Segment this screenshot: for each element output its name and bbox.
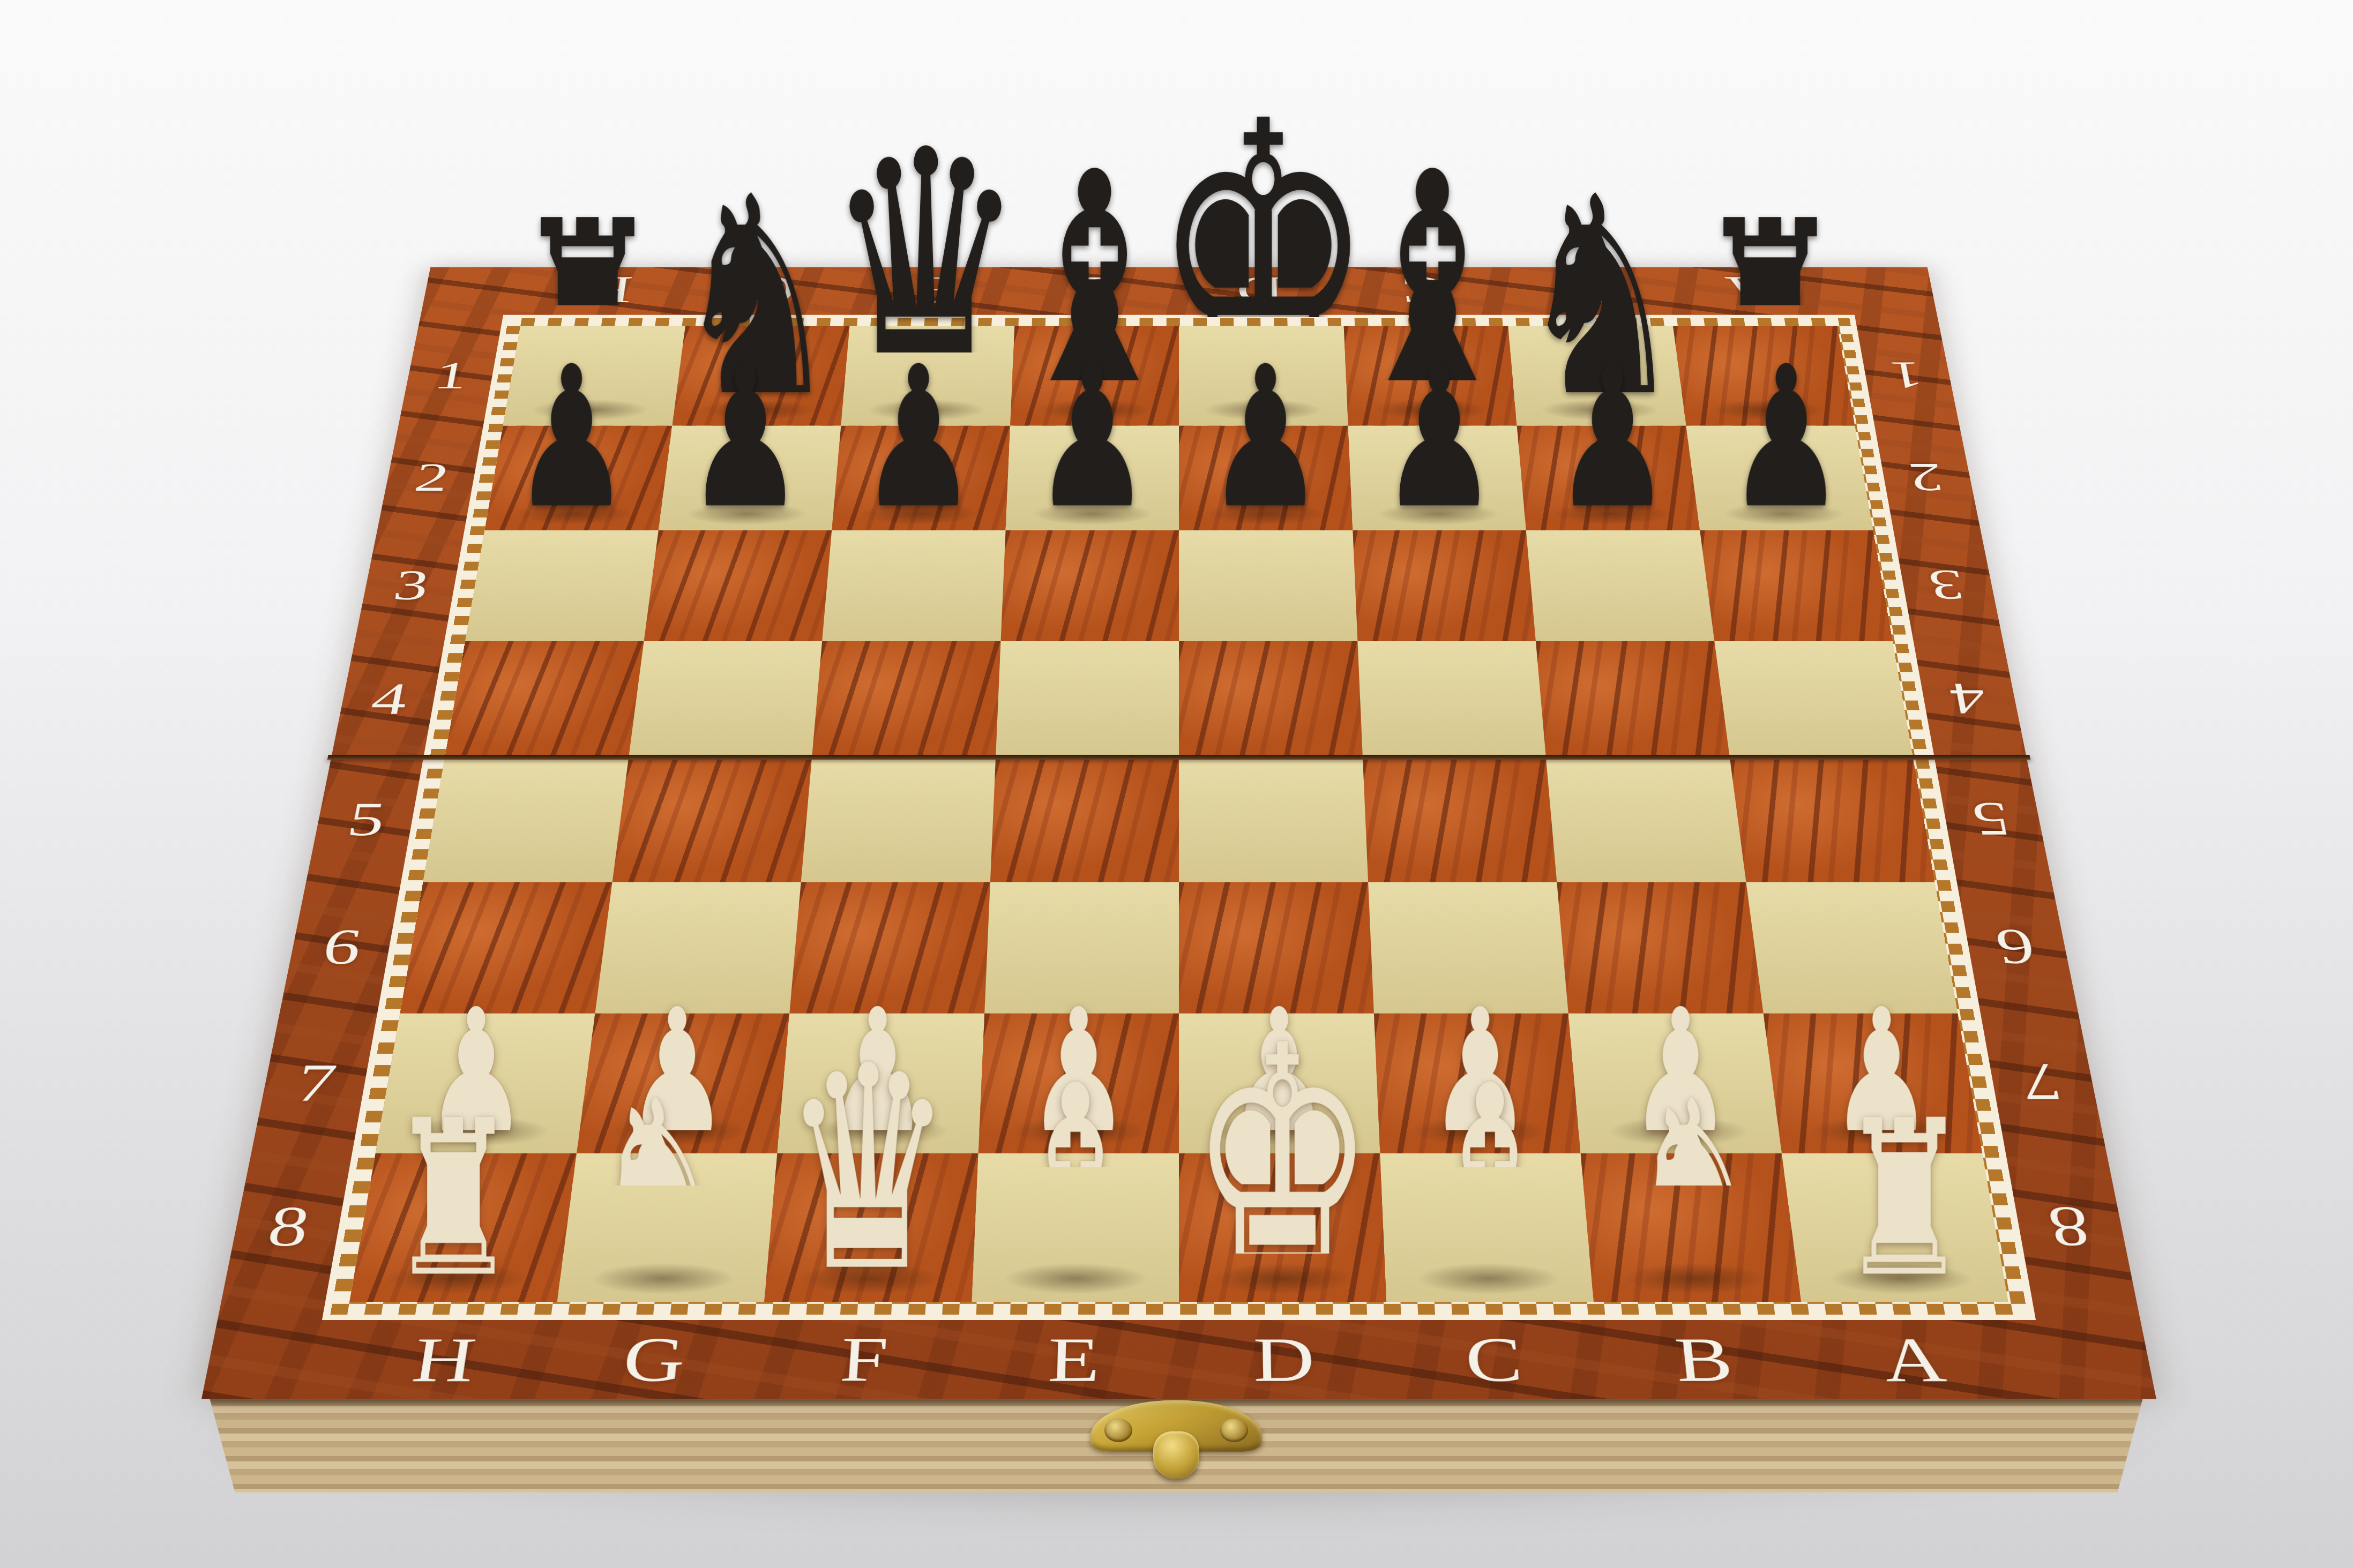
square-f5: [801, 758, 996, 882]
piece-white-king: ♚: [1190, 1021, 1376, 1296]
square-g5: [612, 758, 812, 882]
piece-black-pawn: ♟: [686, 350, 805, 526]
square-f2: ♟: [832, 425, 1010, 530]
square-d8: ♚: [1179, 1153, 1386, 1302]
piece-white-bishop: ♝: [1411, 1064, 1568, 1296]
piece-white-knight: ♞: [588, 1081, 734, 1296]
square-b4: [1536, 641, 1730, 758]
square-b5: [1546, 758, 1746, 882]
rank-label-right-3: 3: [1895, 530, 1999, 641]
chess-board: HGFEDCBA HGFEDCBA 12345678 12345678 ♜♞♛♝…: [201, 267, 2156, 1399]
file-label-bottom-f: F: [756, 1323, 971, 1396]
square-e5: [990, 758, 1179, 882]
square-a3: [1700, 530, 1893, 641]
square-g8: ♞: [557, 1153, 777, 1302]
square-e3: [1000, 530, 1179, 641]
file-label-bottom-g: G: [544, 1323, 763, 1396]
checkered-border-ribbon: ♜♞♛♝♚♝♞♜♟♟♟♟♟♟♟♟♟♟♟♟♟♟♟♟♜♞♛♝♚♝♞♜: [330, 318, 2027, 1315]
square-g4: [629, 641, 823, 758]
fold-seam: [327, 755, 2030, 760]
square-c4: [1357, 641, 1546, 758]
piece-black-pawn: ♟: [512, 350, 631, 526]
piece-black-pawn: ♟: [1206, 350, 1325, 526]
piece-white-queen: ♛: [782, 1042, 954, 1296]
square-d3: [1179, 530, 1357, 641]
piece-black-pawn: ♟: [1727, 350, 1846, 526]
square-b3: [1526, 530, 1714, 641]
square-e4: [996, 641, 1179, 758]
playing-field: ♜♞♛♝♚♝♞♜♟♟♟♟♟♟♟♟♟♟♟♟♟♟♟♟♜♞♛♝♚♝♞♜: [322, 315, 2036, 1320]
square-d2: ♟: [1179, 425, 1353, 530]
file-label-bottom-c: C: [1387, 1323, 1602, 1396]
square-c3: [1353, 530, 1536, 641]
square-a2: ♟: [1686, 425, 1873, 530]
square-d4: [1179, 641, 1363, 758]
square-g2: ♟: [658, 425, 841, 530]
clasp-screw-icon: [1220, 1419, 1248, 1442]
square-h4: [445, 641, 644, 758]
piece-white-rook: ♜: [1839, 1102, 1969, 1296]
rank-label-left-2: 2: [382, 425, 482, 530]
piece-white-knight: ♞: [1624, 1081, 1770, 1296]
square-g3: [644, 530, 832, 641]
square-b2: ♟: [1517, 425, 1700, 530]
file-label-bottom-h: H: [333, 1323, 554, 1396]
square-h3: [465, 530, 658, 641]
square-c5: [1363, 758, 1557, 882]
square-d5: [1179, 758, 1368, 882]
piece-black-pawn: ♟: [1553, 350, 1672, 526]
rank-label-right-1: 1: [1858, 326, 1955, 426]
piece-black-pawn: ♟: [1033, 350, 1152, 526]
square-a4: [1714, 641, 1913, 758]
piece-black-pawn: ♟: [1380, 350, 1499, 526]
clasp-screw-icon: [1104, 1419, 1132, 1442]
square-h8: ♜: [349, 1153, 576, 1302]
square-b8: ♞: [1581, 1153, 1801, 1302]
brass-clasp: [1090, 1400, 1262, 1481]
rank-label-right-4: 4: [1916, 641, 2022, 758]
file-label-bottom-b: B: [1595, 1323, 1813, 1396]
rank-label-right-2: 2: [1877, 425, 1977, 530]
square-h5: [423, 758, 628, 882]
square-e8: ♝: [972, 1153, 1179, 1302]
square-h2: ♟: [484, 425, 672, 530]
piece-black-pawn: ♟: [859, 350, 978, 526]
square-c8: ♝: [1380, 1153, 1594, 1302]
square-c2: ♟: [1348, 425, 1526, 530]
clasp-knob: [1153, 1431, 1199, 1479]
square-f4: [812, 641, 1000, 758]
square-a8: ♜: [1781, 1153, 2008, 1302]
file-label-bottom-d: D: [1179, 1323, 1391, 1396]
piece-white-rook: ♜: [388, 1102, 519, 1296]
piece-white-bishop: ♝: [997, 1064, 1154, 1296]
file-label-bottom-a: A: [1804, 1323, 2025, 1396]
square-f3: [822, 530, 1005, 641]
board-grid: ♜♞♛♝♚♝♞♜♟♟♟♟♟♟♟♟♟♟♟♟♟♟♟♟♜♞♛♝♚♝♞♜: [349, 326, 2008, 1302]
file-label-bottom-e: E: [967, 1323, 1179, 1396]
board-front-edge: [208, 1392, 2145, 1492]
square-f8: ♛: [764, 1153, 978, 1302]
file-labels-bottom: HGFEDCBA: [333, 1323, 2025, 1396]
square-e2: ♟: [1005, 425, 1179, 530]
rank-label-left-1: 1: [402, 326, 499, 426]
photo-backdrop: HGFEDCBA HGFEDCBA 12345678 12345678 ♜♞♛♝…: [0, 0, 2353, 1568]
square-a5: [1730, 758, 1935, 882]
